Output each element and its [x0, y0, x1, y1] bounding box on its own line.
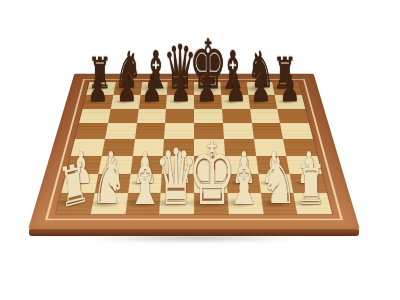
square-d7[interactable]	[166, 95, 194, 109]
square-g8[interactable]	[246, 82, 275, 95]
square-f8[interactable]	[220, 82, 248, 95]
chess-board	[28, 74, 360, 229]
square-e7[interactable]	[194, 95, 222, 109]
square-a7[interactable]	[83, 95, 113, 109]
square-d6[interactable]	[165, 109, 194, 124]
square-c6[interactable]	[136, 109, 166, 124]
square-f7[interactable]	[221, 95, 250, 109]
square-b2[interactable]	[94, 174, 130, 193]
square-c3[interactable]	[130, 156, 163, 174]
square-f5[interactable]	[223, 123, 254, 139]
square-a4[interactable]	[71, 139, 105, 156]
square-b1[interactable]	[90, 193, 127, 214]
square-e3[interactable]	[194, 156, 226, 174]
square-a1[interactable]	[56, 193, 95, 214]
square-e5[interactable]	[194, 123, 224, 139]
square-f4[interactable]	[224, 139, 256, 156]
square-b3[interactable]	[98, 156, 132, 174]
square-d3[interactable]	[162, 156, 194, 174]
square-b6[interactable]	[108, 109, 139, 124]
board-stage	[55, 0, 333, 278]
square-a3[interactable]	[66, 156, 101, 174]
square-e2[interactable]	[194, 174, 227, 193]
square-a8[interactable]	[86, 82, 115, 95]
square-a6[interactable]	[79, 109, 111, 124]
square-c7[interactable]	[138, 95, 167, 109]
square-b7[interactable]	[111, 95, 141, 109]
square-g7[interactable]	[248, 95, 278, 109]
board-grid	[56, 82, 332, 214]
chess-photo-scene: ♜♞♝♛♚♝♞♜♟♟♟♟♟♟♟♟♟♟♟♟♟♟♟♟♜♞♝♛♚♝♞♜	[0, 0, 400, 300]
square-d2[interactable]	[161, 174, 194, 193]
square-a2[interactable]	[61, 174, 98, 193]
square-e8[interactable]	[194, 82, 221, 95]
square-f3[interactable]	[225, 156, 258, 174]
square-d1[interactable]	[159, 193, 194, 214]
square-f2[interactable]	[226, 174, 260, 193]
square-h8[interactable]	[272, 82, 301, 95]
square-g1[interactable]	[260, 193, 297, 214]
square-f1[interactable]	[227, 193, 263, 214]
square-e1[interactable]	[194, 193, 229, 214]
square-e6[interactable]	[194, 109, 223, 124]
square-g5[interactable]	[252, 123, 284, 139]
square-c2[interactable]	[128, 174, 162, 193]
square-c1[interactable]	[125, 193, 161, 214]
square-b4[interactable]	[102, 139, 135, 156]
square-g6[interactable]	[250, 109, 281, 124]
square-g2[interactable]	[258, 174, 294, 193]
square-c5[interactable]	[135, 123, 166, 139]
square-d4[interactable]	[163, 139, 194, 156]
square-h2[interactable]	[290, 174, 327, 193]
square-g4[interactable]	[254, 139, 287, 156]
square-a5[interactable]	[75, 123, 108, 139]
square-g3[interactable]	[256, 156, 290, 174]
square-h1[interactable]	[294, 193, 333, 214]
square-h3[interactable]	[286, 156, 321, 174]
square-h6[interactable]	[277, 109, 309, 124]
square-e4[interactable]	[194, 139, 225, 156]
square-h5[interactable]	[280, 123, 313, 139]
square-c4[interactable]	[132, 139, 164, 156]
square-d8[interactable]	[167, 82, 194, 95]
square-f6[interactable]	[222, 109, 252, 124]
square-b5[interactable]	[105, 123, 137, 139]
square-d5[interactable]	[164, 123, 194, 139]
square-b8[interactable]	[113, 82, 142, 95]
square-h7[interactable]	[275, 95, 305, 109]
square-h4[interactable]	[283, 139, 317, 156]
square-c8[interactable]	[140, 82, 168, 95]
